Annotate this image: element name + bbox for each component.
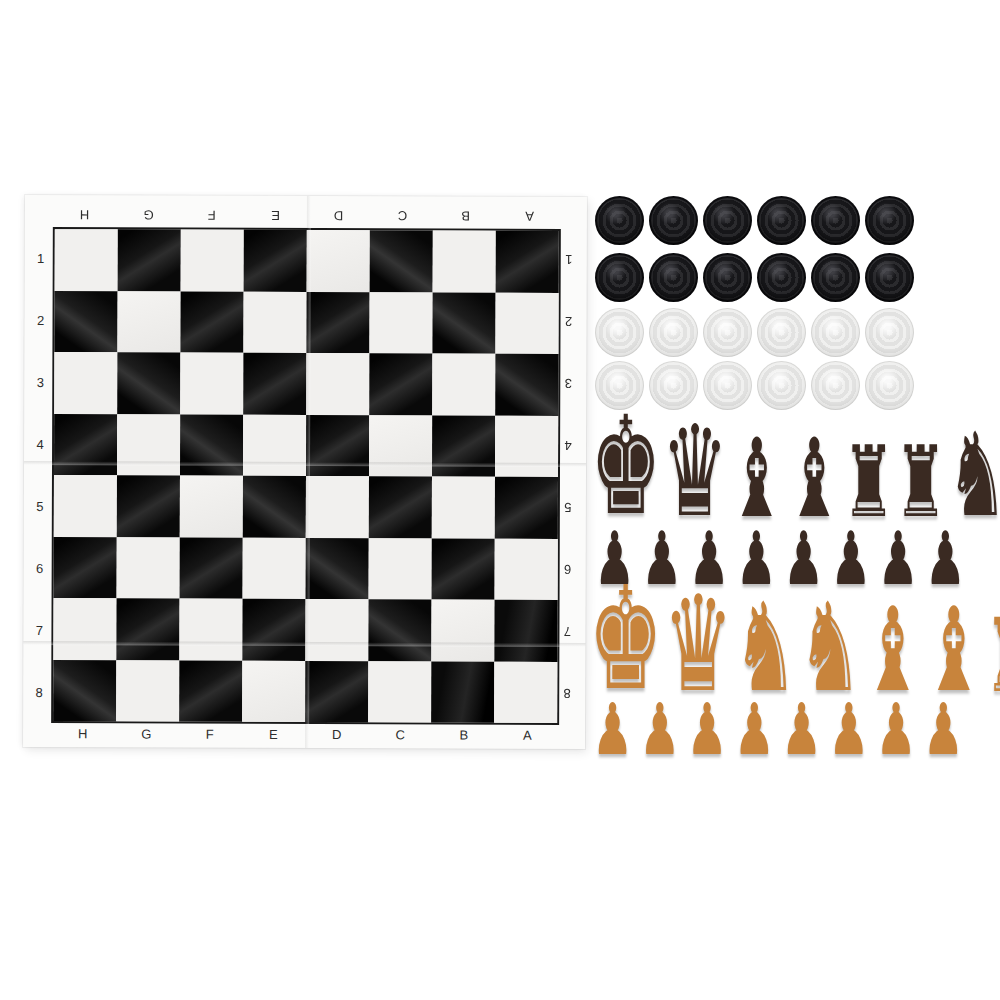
file-label-e: E [242, 726, 306, 744]
light-pawns-row: ♟♟♟♟♟♟♟♟ [592, 716, 964, 760]
chessboard-mat: HGFEDCBA HGFEDCBA 12345678 12345678 [23, 195, 587, 749]
file-label-f: F [180, 206, 244, 224]
square-a3 [495, 354, 558, 416]
dark-queen: ♛ [662, 418, 728, 525]
rank-label-5: 5 [30, 475, 50, 537]
square-c8 [368, 661, 431, 723]
light-king: ♚ [588, 579, 663, 700]
light-pawn: ♟ [923, 699, 964, 760]
black-checkers-row-2 [595, 253, 914, 302]
rank-label-2: 2 [558, 291, 578, 353]
rank-label-7: 7 [29, 599, 49, 661]
square-e4 [243, 414, 306, 476]
square-e8 [242, 660, 305, 722]
dark-bishop: ♝ [728, 433, 785, 525]
square-a8 [494, 661, 557, 723]
rank-label-6: 6 [558, 539, 578, 601]
file-label-g: G [115, 725, 179, 743]
square-g4 [117, 414, 180, 476]
white-checker [811, 308, 860, 357]
square-g3 [117, 352, 180, 414]
dark-chess-pieces-row: ♚♛♝♝♜♜♞♞ [590, 440, 992, 525]
file-label-b: B [432, 726, 496, 744]
square-d1 [307, 230, 370, 292]
chessboard [51, 227, 561, 725]
dark-rook: ♜ [895, 441, 947, 525]
square-f3 [180, 353, 243, 415]
square-g6 [117, 537, 180, 599]
file-label-a: A [497, 207, 561, 225]
square-f7 [179, 599, 242, 661]
light-bishop: ♝ [923, 602, 984, 700]
white-checkers-row-1 [595, 308, 914, 357]
file-label-h: H [53, 205, 117, 223]
light-rook: ♜ [984, 613, 1000, 700]
rank-label-7: 7 [557, 601, 577, 663]
rank-label-1: 1 [31, 227, 51, 289]
square-b5 [432, 476, 495, 538]
square-d5 [306, 476, 369, 538]
white-checker [703, 308, 752, 357]
square-d6 [306, 538, 369, 600]
square-c7 [368, 599, 431, 661]
square-g8 [116, 660, 179, 722]
square-b7 [431, 599, 494, 661]
square-g7 [116, 598, 179, 660]
square-h2 [54, 291, 117, 353]
square-g1 [118, 229, 181, 291]
dark-pawn: ♟ [925, 527, 966, 590]
black-checker [865, 253, 914, 302]
square-d2 [306, 292, 369, 354]
file-label-f: F [178, 726, 242, 744]
black-checker [757, 253, 806, 302]
light-queen: ♛ [663, 587, 733, 700]
black-checker [595, 253, 644, 302]
rank-label-8: 8 [29, 661, 49, 723]
white-checker [649, 308, 698, 357]
square-c1 [370, 230, 433, 292]
file-label-d: D [305, 726, 369, 744]
square-c2 [369, 292, 432, 354]
light-bishop: ♝ [862, 602, 923, 700]
square-b3 [432, 353, 495, 415]
file-label-e: E [243, 206, 307, 224]
rank-label-3: 3 [30, 351, 50, 413]
light-pawn: ♟ [639, 699, 680, 760]
square-b4 [432, 415, 495, 477]
rank-labels-left: 12345678 [29, 227, 51, 723]
rank-label-4: 4 [558, 415, 578, 477]
square-h8 [53, 660, 116, 722]
square-g5 [117, 475, 180, 537]
square-a2 [495, 292, 558, 354]
rank-label-5: 5 [558, 477, 578, 539]
black-checkers-row-1 [595, 196, 914, 245]
product-photo: HGFEDCBA HGFEDCBA 12345678 12345678 ♚♛♝♝… [0, 0, 1000, 1000]
file-label-a: A [496, 727, 560, 745]
square-h6 [54, 537, 117, 599]
square-e1 [244, 230, 307, 292]
square-e7 [242, 599, 305, 661]
square-a1 [496, 231, 559, 293]
black-checker [865, 196, 914, 245]
square-c5 [369, 476, 432, 538]
square-h7 [53, 598, 116, 660]
square-h4 [54, 414, 117, 476]
square-b2 [432, 292, 495, 354]
square-f6 [180, 537, 243, 599]
square-h5 [54, 475, 117, 537]
white-checker [811, 361, 860, 410]
square-b6 [432, 538, 495, 600]
square-d8 [305, 661, 368, 723]
white-checker [757, 361, 806, 410]
light-pawn: ♟ [781, 699, 822, 760]
square-d7 [305, 599, 368, 661]
black-checker [757, 196, 806, 245]
rank-label-4: 4 [30, 413, 50, 475]
square-h1 [55, 229, 118, 291]
square-a7 [494, 600, 557, 662]
square-c3 [369, 353, 432, 415]
square-h3 [54, 352, 117, 414]
light-knight: ♞ [733, 596, 798, 700]
black-checker [811, 253, 860, 302]
rank-label-8: 8 [557, 663, 577, 725]
rank-label-6: 6 [30, 537, 50, 599]
square-f2 [180, 291, 243, 353]
square-a5 [495, 477, 558, 539]
square-c4 [369, 415, 432, 477]
file-labels-bottom: HGFEDCBA [51, 725, 559, 745]
black-checker [649, 253, 698, 302]
black-checker [649, 196, 698, 245]
square-b1 [433, 230, 496, 292]
square-c6 [369, 538, 432, 600]
square-d3 [306, 353, 369, 415]
file-label-c: C [369, 726, 433, 744]
square-e5 [243, 476, 306, 538]
white-checker [595, 308, 644, 357]
dark-rook: ♜ [843, 441, 895, 525]
square-g2 [117, 291, 180, 353]
dark-pawn: ♟ [878, 527, 919, 590]
dark-bishop: ♝ [785, 433, 842, 525]
square-f4 [180, 414, 243, 476]
square-f8 [179, 660, 242, 722]
file-labels-top: HGFEDCBA [53, 205, 561, 225]
square-e3 [243, 353, 306, 415]
square-f5 [180, 476, 243, 538]
rank-label-2: 2 [30, 289, 50, 351]
white-checker [757, 308, 806, 357]
white-checker [865, 361, 914, 410]
black-checker [703, 253, 752, 302]
square-a4 [495, 415, 558, 477]
light-pawn: ♟ [876, 699, 917, 760]
dark-knight: ♞ [947, 427, 1000, 525]
white-checker [865, 308, 914, 357]
file-label-b: B [434, 206, 498, 224]
dark-king: ♚ [590, 409, 662, 525]
light-knight: ♞ [798, 596, 863, 700]
square-a6 [495, 538, 558, 600]
light-pawn: ♟ [592, 699, 633, 760]
file-label-c: C [370, 206, 434, 224]
file-label-g: G [116, 205, 180, 223]
square-e6 [243, 537, 306, 599]
file-label-d: D [307, 206, 371, 224]
square-b8 [431, 661, 494, 723]
light-pawn: ♟ [828, 699, 869, 760]
square-e2 [243, 291, 306, 353]
square-f1 [181, 230, 244, 292]
rank-label-1: 1 [559, 229, 579, 291]
black-checker [811, 196, 860, 245]
black-checker [703, 196, 752, 245]
light-pawn: ♟ [687, 699, 728, 760]
rank-label-3: 3 [558, 353, 578, 415]
square-d4 [306, 415, 369, 477]
file-label-h: H [51, 725, 115, 743]
black-checker [595, 196, 644, 245]
light-pawn: ♟ [734, 699, 775, 760]
